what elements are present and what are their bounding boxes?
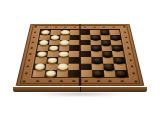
inlay-mark: [126, 42, 128, 44]
square-r7c7[interactable]: [115, 70, 128, 77]
inlay-mark: [26, 66, 29, 68]
inlay-mark: [132, 72, 135, 74]
inlay-mark: [131, 66, 134, 68]
dark-piece[interactable]: [116, 70, 127, 76]
dark-piece[interactable]: [92, 57, 102, 62]
dark-piece[interactable]: [102, 51, 112, 56]
inlay-mark: [25, 72, 28, 74]
photo-background: [0, 0, 160, 120]
light-piece[interactable]: [60, 40, 69, 45]
square-r7c6[interactable]: [103, 70, 116, 77]
dark-piece[interactable]: [91, 35, 100, 39]
square-r2c6[interactable]: [100, 40, 111, 45]
inlay-mark: [93, 27, 96, 28]
square-r7c2[interactable]: [56, 70, 68, 77]
frame-corner-dot: [123, 26, 126, 27]
light-piece[interactable]: [58, 64, 68, 70]
dark-piece[interactable]: [114, 57, 124, 62]
light-piece[interactable]: [61, 30, 70, 34]
light-piece[interactable]: [45, 70, 56, 76]
inlay-mark: [72, 80, 75, 81]
inlay-mark: [127, 47, 129, 49]
light-piece[interactable]: [39, 40, 49, 45]
inlay-mark: [60, 80, 63, 81]
inlay-mark: [30, 47, 32, 49]
dark-piece[interactable]: [101, 40, 110, 45]
square-r6c6[interactable]: [103, 63, 115, 70]
board-shadow: [17, 92, 143, 98]
inlay-mark: [130, 59, 132, 61]
checkers-board: [16, 24, 145, 86]
inlay-mark: [109, 80, 113, 81]
inlay-mark: [74, 27, 77, 28]
inlay-mark: [64, 27, 67, 28]
inlay-mark: [28, 59, 30, 61]
frame-corner-dot: [134, 80, 138, 82]
square-r7c5[interactable]: [92, 70, 104, 77]
light-piece[interactable]: [50, 35, 59, 39]
light-piece[interactable]: [37, 51, 47, 56]
fold-seam: [79, 24, 81, 85]
frame-corner-dot: [22, 80, 26, 82]
dark-piece[interactable]: [111, 35, 120, 39]
square-r7c4[interactable]: [80, 70, 92, 77]
inlay-mark: [112, 27, 115, 28]
inlay-mark: [54, 27, 57, 28]
light-piece[interactable]: [49, 46, 59, 51]
square-r6c1[interactable]: [45, 63, 57, 70]
inlay-mark: [103, 27, 106, 28]
frame-corner-dot: [34, 26, 37, 27]
inlay-mark: [29, 53, 31, 55]
light-piece[interactable]: [47, 57, 57, 62]
dark-piece[interactable]: [100, 30, 109, 34]
inlay-mark: [33, 37, 35, 38]
inlay-mark: [121, 80, 125, 81]
dark-piece[interactable]: [103, 64, 114, 70]
inlay-mark: [84, 80, 87, 81]
square-r6c7[interactable]: [114, 63, 127, 70]
inlay-mark: [83, 27, 86, 28]
inlay-mark: [96, 80, 99, 81]
dark-piece[interactable]: [92, 70, 103, 76]
inlay-mark: [45, 27, 48, 28]
square-r6c2[interactable]: [57, 63, 69, 70]
inlay-mark: [34, 31, 36, 32]
dark-piece[interactable]: [112, 46, 122, 51]
inlay-mark: [124, 31, 126, 32]
inlay-mark: [36, 80, 40, 81]
square-r6c5[interactable]: [91, 63, 103, 70]
inlay-mark: [48, 80, 52, 81]
square-r6c4[interactable]: [80, 63, 92, 70]
light-piece[interactable]: [34, 64, 45, 70]
dark-piece[interactable]: [91, 46, 100, 51]
light-piece[interactable]: [59, 51, 69, 56]
light-piece[interactable]: [41, 30, 50, 34]
inlay-mark: [32, 42, 34, 44]
square-r7c1[interactable]: [44, 70, 57, 77]
inlay-mark: [128, 53, 130, 55]
inlay-mark: [125, 37, 127, 38]
